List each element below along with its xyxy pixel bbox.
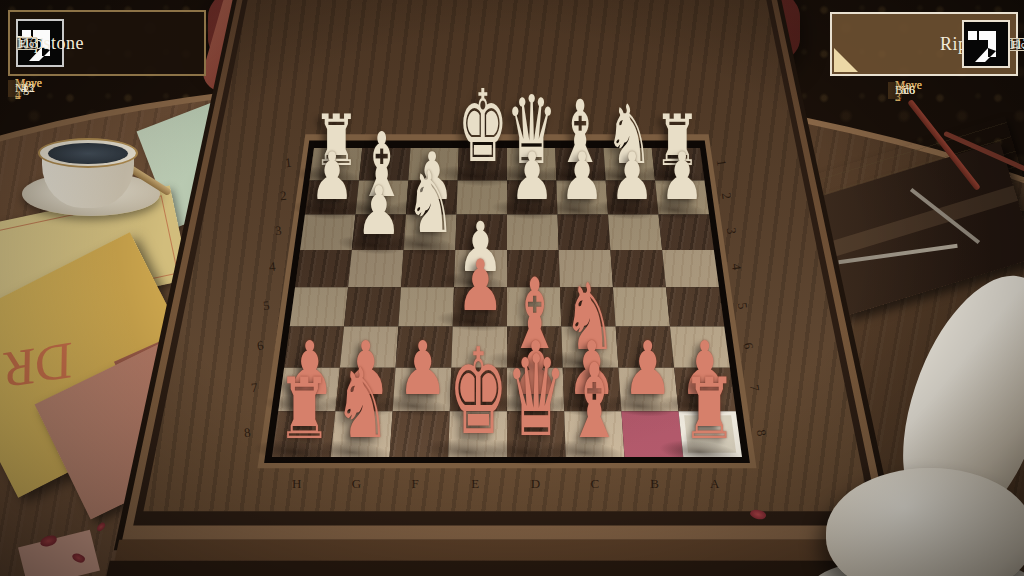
game-scene: DR HGFEDCBA1122334455667788♜♞♝♛♚♜♟♟♟♟♟♝♟… [0, 0, 1024, 576]
elo-rating: 1131 [1008, 36, 1024, 53]
move-san: Nf3 [15, 81, 34, 96]
active-turn-indicator [834, 48, 858, 72]
move-san: Bd6 [895, 83, 915, 98]
vignette-overlay [0, 0, 1024, 576]
move-row: Move 3Bd6 [888, 82, 902, 99]
elo-rating: 1131 [16, 35, 45, 52]
move-row: Move 4Nf3 [8, 80, 22, 97]
player-card-white: Ripstone Elo 1131 [8, 10, 206, 76]
player-card-black: Ripstone Elo 1131 [830, 12, 1018, 76]
ripstone-logo-icon [962, 20, 1010, 68]
